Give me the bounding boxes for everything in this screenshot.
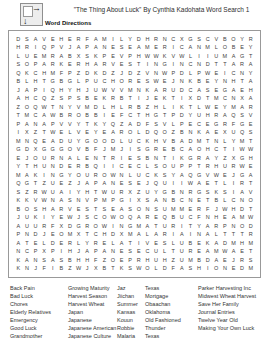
grid-cell: N	[23, 231, 32, 240]
grid-cell: R	[126, 78, 135, 87]
grid-cell: E	[109, 205, 118, 214]
grid-cell: E	[238, 248, 247, 257]
grid-cell: E	[152, 95, 161, 104]
grid-cell: A	[203, 248, 212, 257]
word-list-item: Old Fashioned	[145, 316, 181, 324]
grid-cell: K	[160, 95, 169, 104]
grid-cell: N	[203, 214, 212, 223]
grid-cell: H	[152, 103, 161, 112]
grid-cell: E	[186, 120, 195, 129]
grid-cell: K	[186, 78, 195, 87]
grid-cell: C	[143, 171, 152, 180]
grid-cell: U	[212, 52, 221, 61]
grid-cell: N	[238, 69, 247, 78]
grid-cell: E	[246, 163, 255, 172]
grid-cell: Y	[83, 239, 92, 248]
grid-cell: S	[221, 188, 230, 197]
grid-cell: H	[31, 78, 40, 87]
grid-cell: K	[143, 137, 152, 146]
grid-cell: H	[203, 146, 212, 155]
grid-cell: B	[83, 163, 92, 172]
grid-cell: A	[109, 129, 118, 138]
grid-cell: H	[40, 69, 49, 78]
grid-cell: V	[109, 86, 118, 95]
grid-cell: D	[57, 137, 66, 146]
word-list-item: Robbie	[117, 324, 138, 332]
grid-cell: E	[186, 205, 195, 214]
grid-cell: P	[31, 86, 40, 95]
grid-cell: H	[143, 112, 152, 121]
grid-cell: N	[152, 61, 161, 70]
grid-cell: A	[40, 112, 49, 121]
grid-cell: T	[109, 265, 118, 274]
grid-cell: N	[229, 222, 238, 231]
grid-cell: K	[91, 120, 100, 129]
grid-cell: R	[246, 103, 255, 112]
grid-cell: A	[195, 86, 204, 95]
grid-cell: H	[83, 188, 92, 197]
grid-cell: N	[117, 222, 126, 231]
grid-cell: N	[195, 61, 204, 70]
grid-cell: B	[66, 256, 75, 265]
grid-cell: J	[229, 171, 238, 180]
word-directions-label: Word Directions	[45, 20, 91, 26]
word-list-item: Emergency	[10, 316, 51, 324]
grid-cell: E	[134, 180, 143, 189]
grid-cell: R	[66, 239, 75, 248]
grid-cell: Q	[40, 44, 49, 53]
grid-cell: H	[134, 52, 143, 61]
grid-cell: Z	[134, 69, 143, 78]
grid-cell: O	[100, 214, 109, 223]
grid-cell: R	[195, 154, 204, 163]
grid-cell: P	[48, 248, 57, 257]
grid-cell: E	[195, 248, 204, 257]
grid-cell: C	[31, 95, 40, 104]
grid-cell: O	[246, 197, 255, 206]
grid-cell: R	[238, 61, 247, 70]
grid-cell: E	[109, 112, 118, 121]
grid-cell: T	[186, 222, 195, 231]
grid-cell: Q	[14, 69, 23, 78]
grid-cell: D	[100, 69, 109, 78]
grid-cell: P	[83, 44, 92, 53]
grid-cell: H	[160, 256, 169, 265]
grid-cell: K	[91, 52, 100, 61]
grid-cell: X	[74, 231, 83, 240]
grid-cell: N	[48, 197, 57, 206]
grid-cell: P	[14, 231, 23, 240]
grid-cell: Z	[66, 180, 75, 189]
grid-cell: H	[229, 205, 238, 214]
grid-cell: A	[100, 180, 109, 189]
grid-cell: B	[83, 146, 92, 155]
grid-cell: S	[186, 265, 195, 274]
grid-cell: U	[169, 86, 178, 95]
grid-cell: Y	[100, 120, 109, 129]
grid-cell: E	[57, 239, 66, 248]
grid-cell: B	[57, 265, 66, 274]
grid-cell: N	[229, 95, 238, 104]
grid-cell: I	[31, 44, 40, 53]
grid-cell: A	[134, 44, 143, 53]
grid-cell: X	[229, 154, 238, 163]
grid-cell: Y	[74, 188, 83, 197]
grid-cell: G	[83, 137, 92, 146]
grid-cell: J	[74, 248, 83, 257]
grid-cell: E	[238, 44, 247, 53]
word-list-item: Malaria	[117, 332, 138, 340]
grid-cell: S	[74, 95, 83, 104]
grid-cell: I	[178, 95, 187, 104]
grid-cell: N	[186, 197, 195, 206]
grid-cell: T	[203, 197, 212, 206]
grid-cell: F	[117, 112, 126, 121]
grid-cell: A	[134, 214, 143, 223]
grid-cell: H	[83, 256, 92, 265]
grid-cell: K	[31, 214, 40, 223]
grid-cell: E	[152, 44, 161, 53]
grid-cell: Y	[66, 86, 75, 95]
grid-cell: O	[23, 61, 32, 70]
grid-cell: L	[221, 137, 230, 146]
grid-cell: T	[169, 95, 178, 104]
grid-cell: I	[109, 163, 118, 172]
grid-cell: D	[178, 86, 187, 95]
grid-cell: U	[160, 222, 169, 231]
grid-cell: N	[212, 137, 221, 146]
grid-cell: E	[195, 197, 204, 206]
grid-cell: M	[229, 103, 238, 112]
grid-cell: F	[57, 69, 66, 78]
grid-cell: A	[40, 61, 49, 70]
grid-cell: E	[83, 129, 92, 138]
grid-cell: A	[229, 61, 238, 70]
grid-cell: D	[66, 222, 75, 231]
grid-cell: H	[109, 78, 118, 87]
grid-cell: A	[23, 86, 32, 95]
grid-cell: M	[143, 44, 152, 53]
grid-cell: Q	[126, 214, 135, 223]
grid-cell: E	[91, 95, 100, 104]
word-list-item: Chores	[10, 300, 51, 308]
grid-cell: U	[126, 137, 135, 146]
grid-cell: P	[221, 222, 230, 231]
grid-cell: V	[66, 205, 75, 214]
grid-cell: R	[186, 188, 195, 197]
grid-cell: O	[23, 103, 32, 112]
grid-cell: A	[23, 120, 32, 129]
grid-cell: D	[134, 35, 143, 44]
grid-cell: A	[117, 205, 126, 214]
grid-cell: A	[186, 44, 195, 53]
grid-cell: O	[74, 171, 83, 180]
grid-cell: S	[203, 188, 212, 197]
grid-cell: N	[117, 171, 126, 180]
grid-cell: H	[152, 137, 161, 146]
grid-cell: B	[169, 137, 178, 146]
grid-cell: B	[14, 205, 23, 214]
grid-cell: Y	[91, 129, 100, 138]
grid-cell: E	[203, 78, 212, 87]
grid-cell: O	[238, 222, 247, 231]
grid-cell: O	[91, 137, 100, 146]
grid-cell: C	[31, 112, 40, 121]
word-list-item: Oklahoma	[145, 308, 181, 316]
grid-cell: T	[246, 52, 255, 61]
grid-cell: T	[91, 188, 100, 197]
grid-cell: M	[126, 231, 135, 240]
grid-cell: L	[117, 137, 126, 146]
grid-cell: A	[117, 239, 126, 248]
grid-cell: L	[40, 239, 49, 248]
grid-cell: L	[126, 171, 135, 180]
grid-cell: L	[74, 239, 83, 248]
grid-cell: D	[14, 35, 23, 44]
grid-cell: W	[212, 171, 221, 180]
grid-cell: Q	[48, 86, 57, 95]
grid-cell: X	[117, 231, 126, 240]
grid-cell: M	[229, 239, 238, 248]
grid-cell: U	[221, 163, 230, 172]
grid-cell: W	[152, 78, 161, 87]
grid-cell: M	[238, 214, 247, 223]
grid-cell: R	[117, 188, 126, 197]
grid-cell: E	[221, 256, 230, 265]
grid-cell: W	[40, 197, 49, 206]
grid-cell: N	[152, 154, 161, 163]
grid-cell: D	[91, 103, 100, 112]
grid-cell: T	[126, 95, 135, 104]
grid-cell: P	[100, 52, 109, 61]
grid-cell: A	[74, 44, 83, 53]
grid-cell: H	[238, 239, 247, 248]
grid-cell: S	[143, 78, 152, 87]
grid-cell: I	[134, 239, 143, 248]
grid-cell: A	[195, 180, 204, 189]
grid-cell: S	[195, 35, 204, 44]
grid-cell: Y	[48, 214, 57, 223]
grid-cell: W	[221, 248, 230, 257]
grid-cell: S	[246, 129, 255, 138]
grid-cell: C	[23, 248, 32, 257]
word-list-item: Good Luck	[10, 324, 51, 332]
grid-cell: H	[74, 256, 83, 265]
grid-cell: P	[109, 197, 118, 206]
word-list-column: JazJiichanSummerKansasKouunRobbieMalaria	[117, 284, 138, 340]
grid-cell: K	[178, 154, 187, 163]
grid-cell: S	[126, 248, 135, 257]
grid-cell: L	[134, 129, 143, 138]
grid-cell: H	[74, 86, 83, 95]
grid-cell: Y	[238, 35, 247, 44]
word-list-item: Japanese	[68, 316, 116, 324]
grid-cell: U	[109, 188, 118, 197]
grid-cell: Q	[31, 103, 40, 112]
grid-cell: A	[229, 214, 238, 223]
grid-cell: I	[229, 146, 238, 155]
grid-cell: Y	[186, 112, 195, 121]
grid-cell: C	[143, 248, 152, 257]
grid-cell: T	[126, 239, 135, 248]
grid-cell: C	[178, 44, 187, 53]
grid-cell: N	[178, 78, 187, 87]
grid-cell: U	[31, 222, 40, 231]
grid-cell: Q	[152, 180, 161, 189]
grid-cell: X	[74, 52, 83, 61]
grid-cell: U	[152, 256, 161, 265]
grid-cell: N	[195, 44, 204, 53]
grid-cell: V	[160, 120, 169, 129]
grid-cell: I	[186, 231, 195, 240]
grid-cell: F	[91, 256, 100, 265]
grid-cell: H	[195, 265, 204, 274]
grid-cell: S	[160, 239, 169, 248]
grid-cell: L	[212, 44, 221, 53]
grid-cell: U	[143, 188, 152, 197]
grid-cell: H	[109, 103, 118, 112]
grid-cell: Z	[31, 129, 40, 138]
grid-cell: G	[23, 180, 32, 189]
grid-cell: F	[195, 214, 204, 223]
grid-cell: U	[160, 180, 169, 189]
grid-cell: Y	[229, 137, 238, 146]
grid-cell: A	[143, 222, 152, 231]
grid-cell: R	[195, 205, 204, 214]
grid-cell: M	[212, 95, 221, 104]
word-list-column: Growing MaturityHarvest SeasonHarvest Wh…	[68, 284, 116, 340]
grid-cell: C	[91, 214, 100, 223]
word-list-column: Parker Harvesting IncMidwest Wheat Harve…	[198, 284, 256, 332]
grid-cell: R	[212, 112, 221, 121]
grid-cell: C	[126, 112, 135, 121]
grid-cell: Z	[169, 129, 178, 138]
grid-cell: F	[48, 222, 57, 231]
grid-cell: W	[203, 69, 212, 78]
grid-cell: Y	[74, 120, 83, 129]
grid-cell: D	[195, 95, 204, 104]
grid-cell: M	[100, 35, 109, 44]
grid-cell: J	[83, 265, 92, 274]
grid-cell: M	[48, 69, 57, 78]
grid-cell: H	[246, 154, 255, 163]
grid-cell: U	[48, 188, 57, 197]
grid-cell: L	[117, 103, 126, 112]
grid-cell: P	[126, 256, 135, 265]
grid-cell: P	[178, 163, 187, 172]
grid-cell: Y	[169, 171, 178, 180]
grid-cell: E	[229, 265, 238, 274]
grid-cell: U	[178, 248, 187, 257]
grid-cell: G	[195, 188, 204, 197]
grid-cell: Y	[152, 188, 161, 197]
grid-cell: W	[48, 112, 57, 121]
grid-cell: E	[238, 86, 247, 95]
grid-cell: T	[83, 120, 92, 129]
grid-cell: R	[126, 103, 135, 112]
grid-cell: I	[40, 86, 49, 95]
grid-cell: G	[66, 78, 75, 87]
grid-cell: Y	[246, 69, 255, 78]
grid-cell: H	[212, 214, 221, 223]
grid-cell: E	[212, 86, 221, 95]
grid-cell: E	[66, 61, 75, 70]
grid-cell: W	[40, 103, 49, 112]
grid-cell: M	[109, 146, 118, 155]
word-list-item: Growing Maturity	[68, 284, 116, 292]
grid-cell: P	[14, 120, 23, 129]
grid-cell: D	[238, 265, 247, 274]
grid-cell: E	[212, 103, 221, 112]
grid-cell: J	[14, 86, 23, 95]
grid-cell: C	[117, 163, 126, 172]
grid-cell: S	[152, 163, 161, 172]
grid-cell: L	[221, 197, 230, 206]
grid-cell: R	[160, 231, 169, 240]
grid-cell: J	[229, 256, 238, 265]
grid-cell: I	[229, 180, 238, 189]
grid-cell: B	[100, 265, 109, 274]
grid-cell: K	[91, 69, 100, 78]
grid-cell: P	[169, 69, 178, 78]
grid-cell: K	[14, 197, 23, 206]
grid-cell: I	[169, 180, 178, 189]
grid-cell: A	[23, 256, 32, 265]
grid-cell: R	[66, 112, 75, 121]
grid-cell: W	[238, 146, 247, 155]
grid-cell: A	[91, 61, 100, 70]
grid-cell: V	[246, 188, 255, 197]
grid-cell: U	[169, 163, 178, 172]
grid-cell: N	[23, 137, 32, 146]
grid-cell: T	[23, 239, 32, 248]
grid-cell: W	[238, 163, 247, 172]
grid-cell: T	[160, 154, 169, 163]
grid-cell: V	[83, 197, 92, 206]
grid-cell: M	[203, 44, 212, 53]
grid-cell: K	[160, 52, 169, 61]
word-list: Back PainBad LuckChoresElderly Relatives…	[0, 284, 270, 344]
grid-cell: J	[14, 214, 23, 223]
grid-cell: R	[109, 95, 118, 104]
grid-cell: A	[48, 205, 57, 214]
grid-cell: L	[143, 231, 152, 240]
grid-cell: O	[134, 205, 143, 214]
word-list-item: Journal Entries	[198, 308, 256, 316]
grid-cell: A	[229, 52, 238, 61]
grid-cell: G	[48, 146, 57, 155]
grid-cell: E	[212, 69, 221, 78]
grid-cell: G	[186, 154, 195, 163]
grid-cell: Z	[74, 69, 83, 78]
grid-cell: T	[152, 222, 161, 231]
grid-cell: A	[203, 222, 212, 231]
grid-cell: O	[160, 163, 169, 172]
grid-cell: O	[74, 112, 83, 121]
grid-cell: W	[48, 129, 57, 138]
grid-cell: F	[143, 120, 152, 129]
grid-cell: E	[160, 146, 169, 155]
word-list-item: Save Her Family	[198, 300, 256, 308]
grid-cell: F	[169, 265, 178, 274]
grid-cell: J	[212, 205, 221, 214]
grid-cell: W	[100, 188, 109, 197]
grid-cell: F	[83, 35, 92, 44]
grid-cell: W	[109, 214, 118, 223]
grid-cell: R	[74, 35, 83, 44]
grid-cell: I	[203, 265, 212, 274]
grid-cell: M	[212, 248, 221, 257]
